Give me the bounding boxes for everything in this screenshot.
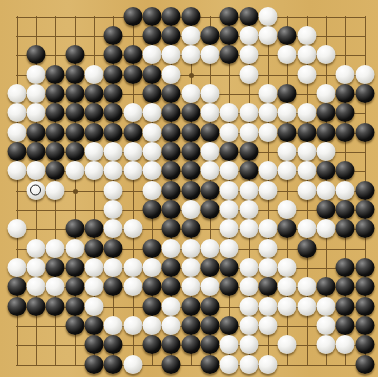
stone-black[interactable] [316,123,335,142]
stone-black[interactable] [316,277,335,296]
stone-white[interactable] [316,84,335,103]
stone-white[interactable] [297,277,316,296]
stone-black[interactable] [85,103,104,122]
grid-line-horizontal [16,365,365,366]
stone-white[interactable] [316,219,335,238]
stone-black[interactable] [201,297,220,316]
stone-white[interactable] [104,316,123,335]
stone-black[interactable] [181,7,200,26]
stone-black[interactable] [104,84,123,103]
stone-black[interactable] [316,103,335,122]
stone-black[interactable] [65,103,84,122]
stone-white[interactable] [258,219,277,238]
stone-white[interactable] [27,161,46,180]
stone-black[interactable] [355,355,374,374]
stone-black[interactable] [65,297,84,316]
stone-white[interactable] [7,103,26,122]
stone-white[interactable] [297,65,316,84]
stone-white[interactable] [336,65,355,84]
stone-black[interactable] [65,65,84,84]
stone-black[interactable] [336,123,355,142]
stone-white[interactable] [27,277,46,296]
stone-black[interactable] [46,297,65,316]
stone-white[interactable] [181,45,200,64]
stone-black[interactable] [123,65,142,84]
stone-white[interactable] [85,142,104,161]
stone-white[interactable] [104,258,123,277]
stone-black[interactable] [46,142,65,161]
stone-white[interactable] [336,181,355,200]
stone-black[interactable] [65,316,84,335]
stone-black[interactable] [7,277,26,296]
stone-white[interactable] [316,181,335,200]
stone-white[interactable] [143,258,162,277]
stone-white[interactable] [104,161,123,180]
stone-black[interactable] [162,200,181,219]
stone-black[interactable] [85,335,104,354]
stone-white[interactable] [181,200,200,219]
stone-black[interactable] [336,258,355,277]
stone-black[interactable] [65,84,84,103]
stone-white[interactable] [258,258,277,277]
stone-black[interactable] [46,258,65,277]
stone-white[interactable] [123,277,142,296]
stone-white[interactable] [278,200,297,219]
stone-black[interactable] [220,26,239,45]
stone-white[interactable] [104,219,123,238]
stone-black[interactable] [162,103,181,122]
stone-white[interactable] [27,65,46,84]
stone-white[interactable] [85,277,104,296]
stone-black[interactable] [104,123,123,142]
stone-black[interactable] [46,103,65,122]
stone-white[interactable] [278,297,297,316]
stone-black[interactable] [104,26,123,45]
stone-black[interactable] [336,297,355,316]
stone-white[interactable] [85,65,104,84]
stone-black[interactable] [143,277,162,296]
star-point [73,189,78,194]
stone-black[interactable] [297,123,316,142]
stone-black[interactable] [201,200,220,219]
stone-white[interactable] [162,316,181,335]
stone-black[interactable] [278,84,297,103]
stone-black[interactable] [220,316,239,335]
stone-white[interactable] [143,103,162,122]
stone-white[interactable] [355,65,374,84]
stone-white[interactable] [220,161,239,180]
stone-white[interactable] [27,239,46,258]
stone-black[interactable] [355,316,374,335]
stone-black[interactable] [181,297,200,316]
stone-white[interactable] [297,297,316,316]
stone-black[interactable] [162,26,181,45]
stone-white[interactable] [278,335,297,354]
stone-white[interactable] [181,277,200,296]
stone-white[interactable] [258,7,277,26]
stone-white[interactable] [239,200,258,219]
stone-white[interactable] [297,45,316,64]
stone-white[interactable] [258,181,277,200]
stone-white[interactable] [297,26,316,45]
stone-white[interactable] [258,316,277,335]
stone-black[interactable] [220,7,239,26]
stone-white[interactable] [239,297,258,316]
stone-white[interactable] [336,335,355,354]
stone-white[interactable] [220,355,239,374]
stone-black[interactable] [143,26,162,45]
stone-black[interactable] [65,45,84,64]
stone-black[interactable] [143,65,162,84]
stone-black[interactable] [239,7,258,26]
stone-black[interactable] [46,65,65,84]
stone-white[interactable] [239,181,258,200]
stone-black[interactable] [201,355,220,374]
stone-black[interactable] [181,335,200,354]
stone-white[interactable] [258,297,277,316]
stone-black[interactable] [143,200,162,219]
stone-black[interactable] [336,200,355,219]
stone-black[interactable] [201,316,220,335]
stone-white[interactable] [278,161,297,180]
stone-white[interactable] [27,84,46,103]
stone-white[interactable] [85,258,104,277]
stone-white[interactable] [85,297,104,316]
stone-white[interactable] [297,219,316,238]
stone-black[interactable] [355,200,374,219]
stone-white[interactable] [46,277,65,296]
stone-white[interactable] [7,161,26,180]
stone-black[interactable] [162,355,181,374]
stone-white[interactable] [239,219,258,238]
stone-white[interactable] [27,103,46,122]
stone-black[interactable] [162,277,181,296]
stone-black[interactable] [336,103,355,122]
stone-white[interactable] [278,103,297,122]
stone-white[interactable] [181,239,200,258]
stone-black[interactable] [336,277,355,296]
stone-black[interactable] [123,123,142,142]
stone-white[interactable] [85,161,104,180]
stone-white[interactable] [297,142,316,161]
stone-black[interactable] [239,142,258,161]
stone-white[interactable] [181,84,200,103]
stone-white[interactable] [123,316,142,335]
stone-black[interactable] [201,258,220,277]
stone-white[interactable] [123,258,142,277]
stone-black[interactable] [201,123,220,142]
stone-white[interactable] [258,161,277,180]
stone-white[interactable] [201,277,220,296]
stone-white[interactable] [258,123,277,142]
stone-black[interactable] [355,181,374,200]
stone-white[interactable] [201,142,220,161]
stone-black[interactable] [104,355,123,374]
stone-black[interactable] [355,258,374,277]
stone-black[interactable] [181,316,200,335]
stone-white[interactable] [143,142,162,161]
stone-white[interactable] [316,297,335,316]
stone-black[interactable] [162,84,181,103]
stone-white[interactable] [65,161,84,180]
stone-black[interactable] [220,277,239,296]
stone-white[interactable] [7,123,26,142]
stone-black[interactable] [162,258,181,277]
stone-black[interactable] [143,239,162,258]
stone-black[interactable] [181,103,200,122]
stone-white[interactable] [201,239,220,258]
stone-white[interactable] [239,65,258,84]
stone-white[interactable] [123,142,142,161]
stone-black[interactable] [104,335,123,354]
stone-white[interactable] [123,161,142,180]
stone-black[interactable] [316,161,335,180]
stone-black[interactable] [297,239,316,258]
stone-black[interactable] [316,200,335,219]
stone-white[interactable] [220,239,239,258]
stone-black[interactable] [65,258,84,277]
stone-white[interactable] [162,65,181,84]
stone-white[interactable] [181,26,200,45]
stone-white[interactable] [220,219,239,238]
stone-black[interactable] [65,277,84,296]
stone-black[interactable] [85,84,104,103]
stone-black[interactable] [355,335,374,354]
stone-black[interactable] [239,161,258,180]
stone-white[interactable] [297,103,316,122]
stone-white[interactable] [297,161,316,180]
stone-black[interactable] [143,335,162,354]
stone-white[interactable] [239,335,258,354]
stone-black[interactable] [181,142,200,161]
stone-black[interactable] [336,219,355,238]
last-move-marker [30,184,41,195]
stone-white[interactable] [201,45,220,64]
stone-black[interactable] [355,277,374,296]
stone-black[interactable] [27,297,46,316]
stone-white[interactable] [316,335,335,354]
stone-white[interactable] [278,277,297,296]
stone-black[interactable] [46,84,65,103]
stone-white[interactable] [239,316,258,335]
stone-white[interactable] [316,142,335,161]
stone-white[interactable] [258,355,277,374]
stone-black[interactable] [181,123,200,142]
stone-black[interactable] [85,239,104,258]
stone-white[interactable] [46,239,65,258]
stone-black[interactable] [336,161,355,180]
stone-black[interactable] [104,65,123,84]
stone-black[interactable] [85,355,104,374]
stone-black[interactable] [104,239,123,258]
stone-black[interactable] [278,123,297,142]
stone-white[interactable] [201,161,220,180]
stone-white[interactable] [278,45,297,64]
stone-black[interactable] [7,297,26,316]
stone-black[interactable] [162,142,181,161]
stone-black[interactable] [181,219,200,238]
stone-black[interactable] [65,123,84,142]
stone-white[interactable] [7,258,26,277]
stone-white[interactable] [104,200,123,219]
stone-black[interactable] [7,142,26,161]
stone-white[interactable] [46,181,65,200]
stone-white[interactable] [239,123,258,142]
stone-white[interactable] [7,219,26,238]
stone-black[interactable] [201,335,220,354]
stone-white[interactable] [7,84,26,103]
stone-white[interactable] [239,103,258,122]
stone-black[interactable] [162,335,181,354]
stone-black[interactable] [278,219,297,238]
stone-white[interactable] [258,103,277,122]
stone-black[interactable] [85,123,104,142]
stone-white[interactable] [220,335,239,354]
stone-white[interactable] [65,239,84,258]
stone-black[interactable] [220,45,239,64]
stone-white[interactable] [220,123,239,142]
stone-black[interactable] [162,123,181,142]
stone-white[interactable] [143,123,162,142]
stone-black[interactable] [46,123,65,142]
stone-black[interactable] [162,161,181,180]
stone-white[interactable] [162,297,181,316]
stone-white[interactable] [239,277,258,296]
stone-white[interactable] [143,161,162,180]
stone-white[interactable] [316,316,335,335]
stone-black[interactable] [85,219,104,238]
stone-black[interactable] [220,258,239,277]
stone-white[interactable] [143,45,162,64]
stone-black[interactable] [104,45,123,64]
stone-black[interactable] [162,181,181,200]
stone-white[interactable] [143,181,162,200]
stone-black[interactable] [355,123,374,142]
stone-black[interactable] [201,181,220,200]
stone-black[interactable] [123,7,142,26]
stone-white[interactable] [297,181,316,200]
stone-black[interactable] [181,161,200,180]
stone-black[interactable] [65,142,84,161]
stone-black[interactable] [355,219,374,238]
stone-white[interactable] [239,355,258,374]
stone-black[interactable] [143,297,162,316]
stone-white[interactable] [104,181,123,200]
stone-black[interactable] [258,277,277,296]
stone-black[interactable] [355,84,374,103]
stone-white[interactable] [220,103,239,122]
stone-white[interactable] [123,219,142,238]
stone-black[interactable] [143,84,162,103]
stone-black[interactable] [355,297,374,316]
stone-white[interactable] [123,103,142,122]
stone-black[interactable] [104,103,123,122]
stone-white[interactable] [239,26,258,45]
stone-black[interactable] [336,84,355,103]
stone-white[interactable] [258,84,277,103]
stone-white[interactable] [316,45,335,64]
star-point [189,73,194,78]
stone-white[interactable] [239,258,258,277]
stone-black[interactable] [27,123,46,142]
stone-white[interactable] [201,103,220,122]
stone-white[interactable] [258,26,277,45]
stone-black[interactable] [336,316,355,335]
stone-white[interactable] [123,355,142,374]
stone-black[interactable] [123,45,142,64]
stone-black[interactable] [143,7,162,26]
stone-white[interactable] [220,181,239,200]
stone-black[interactable] [201,26,220,45]
stone-white[interactable] [162,239,181,258]
go-board[interactable] [0,0,378,377]
stone-black[interactable] [162,219,181,238]
stone-white[interactable] [278,258,297,277]
stone-white[interactable] [278,142,297,161]
stone-white[interactable] [181,258,200,277]
stone-black[interactable] [104,277,123,296]
stone-white[interactable] [239,45,258,64]
stone-white[interactable] [258,239,277,258]
stone-white[interactable] [143,316,162,335]
stone-black[interactable] [27,45,46,64]
stone-black[interactable] [181,181,200,200]
stone-black[interactable] [220,142,239,161]
stone-black[interactable] [46,161,65,180]
stone-black[interactable] [162,7,181,26]
stone-black[interactable] [65,219,84,238]
stone-black[interactable] [278,26,297,45]
stone-white[interactable] [27,258,46,277]
stone-white[interactable] [162,45,181,64]
stone-black[interactable] [85,316,104,335]
stone-black[interactable] [27,142,46,161]
stone-white[interactable] [220,200,239,219]
stone-white[interactable] [104,142,123,161]
stone-white[interactable] [201,84,220,103]
